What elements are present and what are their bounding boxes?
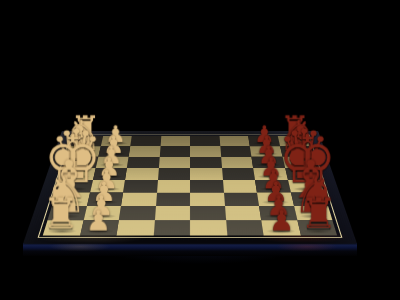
square-g4 bbox=[154, 206, 190, 220]
square-d6 bbox=[222, 168, 255, 180]
square-h7: ♟ bbox=[261, 220, 300, 235]
square-g5 bbox=[190, 206, 226, 220]
square-a6 bbox=[219, 136, 250, 146]
square-e5 bbox=[190, 180, 223, 193]
square-e6 bbox=[223, 180, 257, 193]
square-f4 bbox=[155, 193, 190, 206]
square-b4 bbox=[159, 146, 190, 157]
chess-photo-stage: ♜♟♟♜♞♟♟♞♝♟♟♝♛♟♟♛♚♟♟♚♝♟♟♝♞♟♟♞♜♟♟♜ bbox=[0, 0, 400, 300]
square-f6 bbox=[223, 193, 259, 206]
square-f3 bbox=[121, 193, 157, 206]
square-a3 bbox=[130, 136, 161, 146]
chess-scene: ♜♟♟♜♞♟♟♞♝♟♟♝♛♟♟♛♚♟♟♚♝♟♟♝♞♟♟♞♜♟♟♜ bbox=[45, 49, 335, 300]
square-a5 bbox=[190, 136, 220, 146]
square-h4 bbox=[153, 220, 190, 235]
square-h2: ♟ bbox=[80, 220, 119, 235]
square-f5 bbox=[190, 193, 225, 206]
square-h1: ♜ bbox=[43, 220, 83, 235]
square-c5 bbox=[190, 157, 222, 168]
square-h5 bbox=[190, 220, 227, 235]
square-h8: ♜ bbox=[297, 220, 337, 235]
square-c6 bbox=[221, 157, 253, 168]
board-grid: ♜♟♟♜♞♟♟♞♝♟♟♝♛♟♟♛♚♟♟♚♝♟♟♝♞♟♟♞♜♟♟♜ bbox=[43, 136, 337, 235]
square-e3 bbox=[123, 180, 157, 193]
board-frame: ♜♟♟♜♞♟♟♞♝♟♟♝♛♟♟♛♚♟♟♚♝♟♟♝♞♟♟♞♜♟♟♜ bbox=[23, 131, 357, 244]
square-d4 bbox=[158, 168, 191, 180]
chess-board: ♜♟♟♜♞♟♟♞♝♟♟♝♛♟♟♛♚♟♟♚♝♟♟♝♞♟♟♞♜♟♟♜ bbox=[23, 131, 357, 244]
square-b5 bbox=[190, 146, 221, 157]
square-c4 bbox=[158, 157, 190, 168]
square-b6 bbox=[220, 146, 252, 157]
square-h3 bbox=[116, 220, 154, 235]
piece-red-rook-h8: ♜ bbox=[300, 193, 338, 235]
square-a4 bbox=[160, 136, 190, 146]
square-g3 bbox=[119, 206, 156, 220]
square-g6 bbox=[225, 206, 262, 220]
piece-white-rook-h1: ♜ bbox=[43, 193, 81, 235]
piece-red-pawn-h7: ♟ bbox=[269, 207, 294, 235]
piece-white-pawn-h2: ♟ bbox=[85, 207, 110, 235]
square-d5 bbox=[190, 168, 223, 180]
square-e4 bbox=[157, 180, 190, 193]
square-b3 bbox=[129, 146, 161, 157]
square-d3 bbox=[125, 168, 158, 180]
board-pinstripe: ♜♟♟♜♞♟♟♞♝♟♟♝♛♟♟♛♚♟♟♚♝♟♟♝♞♟♟♞♜♟♟♜ bbox=[38, 135, 343, 238]
square-h6 bbox=[226, 220, 264, 235]
square-c3 bbox=[127, 157, 159, 168]
